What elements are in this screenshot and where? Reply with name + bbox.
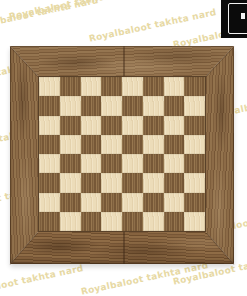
square-c6: [81, 116, 102, 135]
square-g2: [164, 193, 185, 212]
square-e8: [122, 77, 143, 96]
brand-logo: [221, 0, 247, 38]
playing-area: [38, 76, 206, 232]
square-f1: [143, 212, 164, 231]
square-f4: [143, 154, 164, 173]
square-e7: [122, 96, 143, 115]
square-c4: [81, 154, 102, 173]
square-e5: [122, 135, 143, 154]
square-c1: [81, 212, 102, 231]
chess-board: [10, 46, 234, 264]
square-h2: [184, 193, 205, 212]
square-b6: [60, 116, 81, 135]
square-d5: [101, 135, 122, 154]
square-c5: [81, 135, 102, 154]
logo-mark-icon: [241, 13, 245, 19]
square-h6: [184, 116, 205, 135]
square-d2: [101, 193, 122, 212]
square-c7: [81, 96, 102, 115]
square-a2: [39, 193, 60, 212]
square-g6: [164, 116, 185, 135]
square-f8: [143, 77, 164, 96]
square-f5: [143, 135, 164, 154]
board-frame-bottom: [10, 232, 234, 264]
square-b3: [60, 173, 81, 192]
square-b2: [60, 193, 81, 212]
square-h1: [184, 212, 205, 231]
square-d1: [101, 212, 122, 231]
square-g3: [164, 173, 185, 192]
square-f6: [143, 116, 164, 135]
square-c2: [81, 193, 102, 212]
board-frame-right: [206, 46, 234, 264]
square-b4: [60, 154, 81, 173]
square-g5: [164, 135, 185, 154]
square-b8: [60, 77, 81, 96]
square-e3: [122, 173, 143, 192]
square-h7: [184, 96, 205, 115]
square-a8: [39, 77, 60, 96]
square-b7: [60, 96, 81, 115]
fold-seam-top: [123, 46, 125, 76]
square-h8: [184, 77, 205, 96]
square-f7: [143, 96, 164, 115]
watermark-text: Royalbaloot takhta nard: [0, 263, 84, 296]
square-g4: [164, 154, 185, 173]
square-d7: [101, 96, 122, 115]
square-e4: [122, 154, 143, 173]
square-c8: [81, 77, 102, 96]
square-a1: [39, 212, 60, 231]
product-photo: Royalbaloot takhta nard Royalbaloot takh…: [0, 0, 247, 296]
square-b5: [60, 135, 81, 154]
square-e6: [122, 116, 143, 135]
square-g7: [164, 96, 185, 115]
square-a4: [39, 154, 60, 173]
square-g8: [164, 77, 185, 96]
square-e1: [122, 212, 143, 231]
square-a5: [39, 135, 60, 154]
square-d8: [101, 77, 122, 96]
board-frame-left: [10, 46, 38, 264]
board-frame-top: [10, 46, 234, 76]
square-d6: [101, 116, 122, 135]
square-g1: [164, 212, 185, 231]
square-f2: [143, 193, 164, 212]
square-f3: [143, 173, 164, 192]
fold-seam-bottom: [123, 232, 125, 264]
square-e2: [122, 193, 143, 212]
square-d4: [101, 154, 122, 173]
square-a3: [39, 173, 60, 192]
square-h4: [184, 154, 205, 173]
square-d3: [101, 173, 122, 192]
square-c3: [81, 173, 102, 192]
square-a7: [39, 96, 60, 115]
square-h3: [184, 173, 205, 192]
square-h5: [184, 135, 205, 154]
square-b1: [60, 212, 81, 231]
square-a6: [39, 116, 60, 135]
